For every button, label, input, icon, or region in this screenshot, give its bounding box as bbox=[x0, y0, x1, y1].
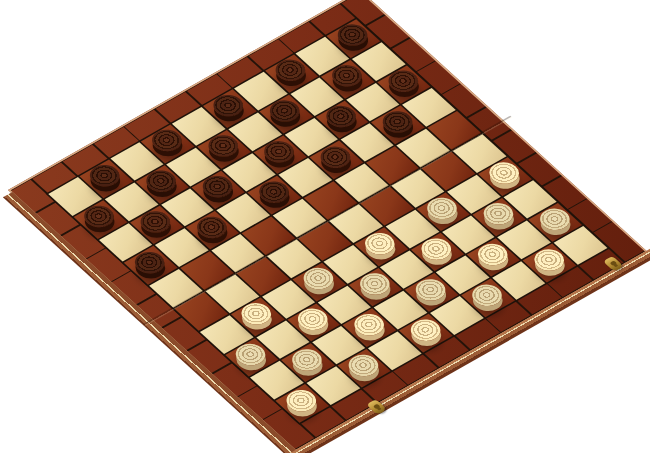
dark-checker-piece[interactable] bbox=[332, 20, 374, 50]
draughts-board bbox=[8, 0, 648, 452]
photo-stage bbox=[0, 0, 650, 453]
playing-grid bbox=[46, 17, 610, 424]
